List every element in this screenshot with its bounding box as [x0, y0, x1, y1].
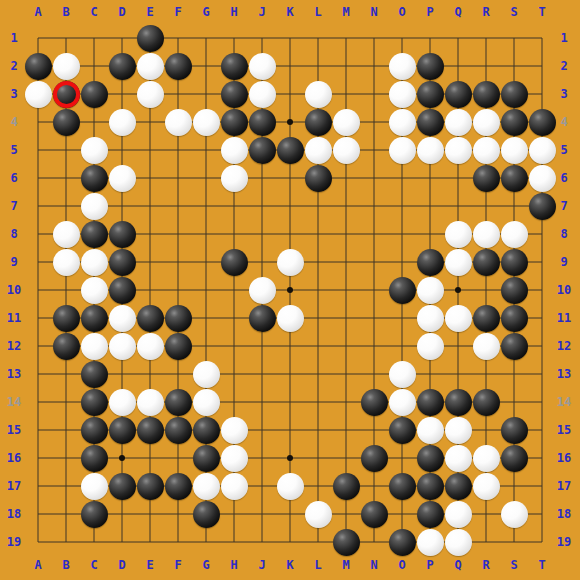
row-label-left-3: 3: [10, 87, 17, 101]
black-stone-C18: [81, 501, 108, 528]
black-stone-D17: [109, 473, 136, 500]
black-stone-P16: [417, 445, 444, 472]
row-label-right-5: 5: [560, 143, 567, 157]
row-label-left-8: 8: [10, 227, 17, 241]
white-stone-G14: [193, 389, 220, 416]
white-stone-P10: [417, 277, 444, 304]
black-stone-O10: [389, 277, 416, 304]
black-stone-S15: [501, 417, 528, 444]
white-stone-O5: [389, 137, 416, 164]
col-label-top-O: O: [398, 5, 405, 19]
col-label-bottom-S: S: [510, 558, 517, 572]
black-stone-E1: [137, 25, 164, 52]
black-stone-O15: [389, 417, 416, 444]
black-stone-L6: [305, 165, 332, 192]
white-stone-S5: [501, 137, 528, 164]
row-label-left-16: 16: [7, 451, 21, 465]
row-label-left-11: 11: [7, 311, 21, 325]
black-stone-S16: [501, 445, 528, 472]
white-stone-S18: [501, 501, 528, 528]
row-label-right-10: 10: [557, 283, 571, 297]
black-stone-R11: [473, 305, 500, 332]
col-label-bottom-E: E: [146, 558, 153, 572]
black-stone-R6: [473, 165, 500, 192]
white-stone-E14: [137, 389, 164, 416]
white-stone-K11: [277, 305, 304, 332]
row-label-left-5: 5: [10, 143, 17, 157]
black-stone-S11: [501, 305, 528, 332]
black-stone-S4: [501, 109, 528, 136]
row-label-left-19: 19: [7, 535, 21, 549]
white-stone-Q4: [445, 109, 472, 136]
black-stone-E17: [137, 473, 164, 500]
white-stone-O4: [389, 109, 416, 136]
black-stone-S6: [501, 165, 528, 192]
black-stone-J5: [249, 137, 276, 164]
white-stone-J10: [249, 277, 276, 304]
row-label-left-2: 2: [10, 59, 17, 73]
row-label-left-17: 17: [7, 479, 21, 493]
row-label-left-7: 7: [10, 199, 17, 213]
row-label-right-6: 6: [560, 171, 567, 185]
white-stone-E12: [137, 333, 164, 360]
white-stone-R4: [473, 109, 500, 136]
col-label-top-N: N: [370, 5, 377, 19]
black-stone-R9: [473, 249, 500, 276]
col-label-top-R: R: [482, 5, 489, 19]
col-label-bottom-G: G: [202, 558, 209, 572]
white-stone-Q11: [445, 305, 472, 332]
black-stone-S10: [501, 277, 528, 304]
col-label-top-A: A: [34, 5, 41, 19]
col-label-top-M: M: [342, 5, 349, 19]
black-stone-P2: [417, 53, 444, 80]
white-stone-D4: [109, 109, 136, 136]
row-label-left-13: 13: [7, 367, 21, 381]
col-label-top-F: F: [174, 5, 181, 19]
row-label-right-17: 17: [557, 479, 571, 493]
col-label-bottom-B: B: [62, 558, 69, 572]
black-stone-C14: [81, 389, 108, 416]
col-label-top-P: P: [426, 5, 433, 19]
white-stone-Q19: [445, 529, 472, 556]
star-point: [287, 287, 293, 293]
col-label-top-B: B: [62, 5, 69, 19]
white-stone-J2: [249, 53, 276, 80]
white-stone-D14: [109, 389, 136, 416]
black-stone-C11: [81, 305, 108, 332]
black-stone-E15: [137, 417, 164, 444]
white-stone-D6: [109, 165, 136, 192]
col-label-top-L: L: [314, 5, 321, 19]
black-stone-P3: [417, 81, 444, 108]
white-stone-A3: [25, 81, 52, 108]
black-stone-T4: [529, 109, 556, 136]
white-stone-G13: [193, 361, 220, 388]
black-stone-N18: [361, 501, 388, 528]
col-label-bottom-Q: Q: [454, 558, 461, 572]
white-stone-H6: [221, 165, 248, 192]
black-stone-L4: [305, 109, 332, 136]
black-stone-O17: [389, 473, 416, 500]
last-move-marker: [53, 81, 80, 108]
col-label-bottom-K: K: [286, 558, 293, 572]
black-stone-S12: [501, 333, 528, 360]
white-stone-E2: [137, 53, 164, 80]
col-label-bottom-M: M: [342, 558, 349, 572]
white-stone-C10: [81, 277, 108, 304]
white-stone-P5: [417, 137, 444, 164]
white-stone-Q8: [445, 221, 472, 248]
black-stone-B11: [53, 305, 80, 332]
row-label-right-19: 19: [557, 535, 571, 549]
row-label-left-14: 14: [7, 395, 21, 409]
white-stone-G17: [193, 473, 220, 500]
go-board[interactable]: AABBCCDDEEFFGGHHJJKKLLMMNNOOPPQQRRSSTT11…: [0, 0, 580, 580]
black-stone-S3: [501, 81, 528, 108]
black-stone-H3: [221, 81, 248, 108]
col-label-bottom-F: F: [174, 558, 181, 572]
white-stone-G4: [193, 109, 220, 136]
row-label-left-18: 18: [7, 507, 21, 521]
black-stone-F12: [165, 333, 192, 360]
white-stone-C12: [81, 333, 108, 360]
row-label-right-12: 12: [557, 339, 571, 353]
black-stone-P4: [417, 109, 444, 136]
row-label-right-16: 16: [557, 451, 571, 465]
col-label-bottom-A: A: [34, 558, 41, 572]
black-stone-G18: [193, 501, 220, 528]
white-stone-H5: [221, 137, 248, 164]
col-label-top-S: S: [510, 5, 517, 19]
white-stone-F4: [165, 109, 192, 136]
black-stone-A2: [25, 53, 52, 80]
col-label-top-K: K: [286, 5, 293, 19]
star-point: [455, 287, 461, 293]
white-stone-O13: [389, 361, 416, 388]
col-label-top-H: H: [230, 5, 237, 19]
row-label-right-7: 7: [560, 199, 567, 213]
black-stone-H9: [221, 249, 248, 276]
white-stone-D12: [109, 333, 136, 360]
black-stone-C3: [81, 81, 108, 108]
black-stone-C15: [81, 417, 108, 444]
row-label-left-1: 1: [10, 31, 17, 45]
white-stone-P11: [417, 305, 444, 332]
black-stone-R14: [473, 389, 500, 416]
white-stone-L3: [305, 81, 332, 108]
black-stone-C8: [81, 221, 108, 248]
col-label-bottom-T: T: [538, 558, 545, 572]
star-point: [287, 119, 293, 125]
white-stone-M5: [333, 137, 360, 164]
row-label-left-9: 9: [10, 255, 17, 269]
col-label-top-E: E: [146, 5, 153, 19]
black-stone-M17: [333, 473, 360, 500]
col-label-bottom-R: R: [482, 558, 489, 572]
white-stone-Q9: [445, 249, 472, 276]
row-label-right-11: 11: [557, 311, 571, 325]
black-stone-C13: [81, 361, 108, 388]
white-stone-T6: [529, 165, 556, 192]
col-label-bottom-O: O: [398, 558, 405, 572]
black-stone-S9: [501, 249, 528, 276]
white-stone-H15: [221, 417, 248, 444]
black-stone-J4: [249, 109, 276, 136]
white-stone-R12: [473, 333, 500, 360]
white-stone-Q15: [445, 417, 472, 444]
black-stone-D10: [109, 277, 136, 304]
col-label-bottom-C: C: [90, 558, 97, 572]
white-stone-C9: [81, 249, 108, 276]
row-label-left-15: 15: [7, 423, 21, 437]
black-stone-H2: [221, 53, 248, 80]
row-label-right-18: 18: [557, 507, 571, 521]
black-stone-F15: [165, 417, 192, 444]
row-label-right-9: 9: [560, 255, 567, 269]
black-stone-R3: [473, 81, 500, 108]
col-label-top-Q: Q: [454, 5, 461, 19]
black-stone-K5: [277, 137, 304, 164]
white-stone-H17: [221, 473, 248, 500]
black-stone-P18: [417, 501, 444, 528]
col-label-top-T: T: [538, 5, 545, 19]
black-stone-D15: [109, 417, 136, 444]
col-label-top-D: D: [118, 5, 125, 19]
white-stone-E3: [137, 81, 164, 108]
black-stone-D2: [109, 53, 136, 80]
black-stone-N14: [361, 389, 388, 416]
black-stone-G16: [193, 445, 220, 472]
white-stone-B9: [53, 249, 80, 276]
row-label-right-1: 1: [560, 31, 567, 45]
col-label-bottom-N: N: [370, 558, 377, 572]
white-stone-L5: [305, 137, 332, 164]
white-stone-P19: [417, 529, 444, 556]
col-label-top-J: J: [258, 5, 265, 19]
white-stone-B2: [53, 53, 80, 80]
white-stone-T5: [529, 137, 556, 164]
white-stone-C7: [81, 193, 108, 220]
white-stone-C17: [81, 473, 108, 500]
white-stone-R5: [473, 137, 500, 164]
black-stone-B3: [53, 81, 80, 108]
row-label-right-13: 13: [557, 367, 571, 381]
col-label-bottom-L: L: [314, 558, 321, 572]
row-label-right-15: 15: [557, 423, 571, 437]
row-label-left-10: 10: [7, 283, 21, 297]
white-stone-R17: [473, 473, 500, 500]
col-label-top-G: G: [202, 5, 209, 19]
white-stone-P15: [417, 417, 444, 444]
black-stone-F17: [165, 473, 192, 500]
white-stone-O2: [389, 53, 416, 80]
black-stone-Q3: [445, 81, 472, 108]
white-stone-M4: [333, 109, 360, 136]
white-stone-S8: [501, 221, 528, 248]
col-label-bottom-D: D: [118, 558, 125, 572]
black-stone-P14: [417, 389, 444, 416]
white-stone-J3: [249, 81, 276, 108]
white-stone-H16: [221, 445, 248, 472]
black-stone-T7: [529, 193, 556, 220]
star-point: [287, 455, 293, 461]
black-stone-Q14: [445, 389, 472, 416]
col-label-top-C: C: [90, 5, 97, 19]
white-stone-L18: [305, 501, 332, 528]
white-stone-C5: [81, 137, 108, 164]
row-label-right-8: 8: [560, 227, 567, 241]
white-stone-O3: [389, 81, 416, 108]
black-stone-P9: [417, 249, 444, 276]
row-label-right-3: 3: [560, 87, 567, 101]
col-label-bottom-H: H: [230, 558, 237, 572]
black-stone-M19: [333, 529, 360, 556]
col-label-bottom-J: J: [258, 558, 265, 572]
col-label-bottom-P: P: [426, 558, 433, 572]
row-label-left-6: 6: [10, 171, 17, 185]
black-stone-O19: [389, 529, 416, 556]
white-stone-Q5: [445, 137, 472, 164]
black-stone-F2: [165, 53, 192, 80]
star-point: [119, 455, 125, 461]
white-stone-R16: [473, 445, 500, 472]
black-stone-N16: [361, 445, 388, 472]
black-stone-E11: [137, 305, 164, 332]
black-stone-B4: [53, 109, 80, 136]
row-label-right-4: 4: [560, 115, 567, 129]
white-stone-Q16: [445, 445, 472, 472]
black-stone-P17: [417, 473, 444, 500]
white-stone-P12: [417, 333, 444, 360]
black-stone-C6: [81, 165, 108, 192]
white-stone-O14: [389, 389, 416, 416]
black-stone-C16: [81, 445, 108, 472]
black-stone-D9: [109, 249, 136, 276]
black-stone-B12: [53, 333, 80, 360]
black-stone-G15: [193, 417, 220, 444]
black-stone-F11: [165, 305, 192, 332]
black-stone-J11: [249, 305, 276, 332]
white-stone-Q18: [445, 501, 472, 528]
row-label-left-12: 12: [7, 339, 21, 353]
row-label-left-4: 4: [10, 115, 17, 129]
black-stone-D8: [109, 221, 136, 248]
white-stone-K17: [277, 473, 304, 500]
black-stone-H4: [221, 109, 248, 136]
black-stone-F14: [165, 389, 192, 416]
row-label-right-2: 2: [560, 59, 567, 73]
black-stone-Q17: [445, 473, 472, 500]
white-stone-R8: [473, 221, 500, 248]
row-label-right-14: 14: [557, 395, 571, 409]
white-stone-B8: [53, 221, 80, 248]
white-stone-D11: [109, 305, 136, 332]
white-stone-K9: [277, 249, 304, 276]
